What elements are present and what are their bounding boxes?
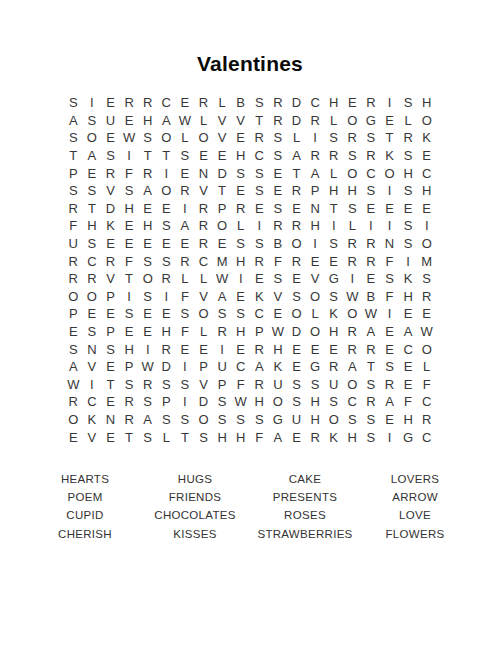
grid-cell[interactable]: O <box>417 340 436 358</box>
grid-cell[interactable]: E <box>269 164 288 182</box>
grid-cell[interactable]: H <box>324 182 343 200</box>
grid-cell[interactable]: H <box>306 393 325 411</box>
grid-cell[interactable]: S <box>287 393 306 411</box>
grid-cell[interactable]: I <box>83 94 102 112</box>
grid-cell[interactable]: V <box>83 358 102 376</box>
grid-cell[interactable]: A <box>380 393 399 411</box>
grid-cell[interactable]: E <box>287 270 306 288</box>
grid-cell[interactable]: S <box>120 376 139 394</box>
grid-cell[interactable]: T <box>250 112 269 130</box>
grid-cell[interactable]: I <box>380 217 399 235</box>
grid-cell[interactable]: H <box>417 182 436 200</box>
grid-cell[interactable]: E <box>324 252 343 270</box>
grid-cell[interactable]: T <box>138 147 157 165</box>
grid-cell[interactable]: R <box>343 129 362 147</box>
grid-cell[interactable]: W <box>269 323 288 341</box>
grid-cell[interactable]: E <box>101 393 120 411</box>
grid-cell[interactable]: E <box>101 305 120 323</box>
grid-cell[interactable]: H <box>250 393 269 411</box>
grid-cell[interactable]: S <box>138 129 157 147</box>
grid-cell[interactable]: S <box>64 340 83 358</box>
grid-cell[interactable]: C <box>83 252 102 270</box>
grid-cell[interactable]: S <box>83 182 102 200</box>
grid-cell[interactable]: H <box>399 288 418 306</box>
grid-cell[interactable]: C <box>306 94 325 112</box>
grid-cell[interactable]: S <box>269 147 288 165</box>
grid-cell[interactable]: L <box>231 217 250 235</box>
grid-cell[interactable]: S <box>324 235 343 253</box>
grid-cell[interactable]: S <box>138 288 157 306</box>
grid-cell[interactable]: I <box>138 340 157 358</box>
grid-cell[interactable]: G <box>399 428 418 446</box>
grid-cell[interactable]: B <box>231 94 250 112</box>
grid-cell[interactable]: S <box>324 288 343 306</box>
grid-cell[interactable]: B <box>269 235 288 253</box>
grid-cell[interactable]: S <box>64 129 83 147</box>
grid-cell[interactable]: R <box>194 200 213 218</box>
grid-cell[interactable]: G <box>306 358 325 376</box>
grid-cell[interactable]: I <box>399 252 418 270</box>
grid-cell[interactable]: P <box>306 182 325 200</box>
grid-cell[interactable]: R <box>176 252 195 270</box>
grid-cell[interactable]: H <box>231 428 250 446</box>
grid-cell[interactable]: E <box>380 323 399 341</box>
grid-cell[interactable]: W <box>213 270 232 288</box>
grid-cell[interactable]: O <box>83 129 102 147</box>
grid-cell[interactable]: W <box>138 358 157 376</box>
grid-cell[interactable]: S <box>399 147 418 165</box>
grid-cell[interactable]: E <box>176 164 195 182</box>
grid-cell[interactable]: H <box>306 217 325 235</box>
grid-cell[interactable]: E <box>213 147 232 165</box>
grid-cell[interactable]: V <box>101 270 120 288</box>
grid-cell[interactable]: L <box>176 129 195 147</box>
grid-cell[interactable]: T <box>362 358 381 376</box>
grid-cell[interactable]: A <box>64 358 83 376</box>
grid-cell[interactable]: S <box>343 411 362 429</box>
grid-cell[interactable]: L <box>343 217 362 235</box>
grid-cell[interactable]: F <box>417 376 436 394</box>
grid-cell[interactable]: I <box>306 129 325 147</box>
grid-cell[interactable]: V <box>194 288 213 306</box>
grid-cell[interactable]: I <box>213 340 232 358</box>
grid-cell[interactable]: K <box>101 217 120 235</box>
grid-cell[interactable]: S <box>362 411 381 429</box>
grid-cell[interactable]: R <box>417 288 436 306</box>
grid-cell[interactable]: H <box>138 217 157 235</box>
grid-cell[interactable]: N <box>380 235 399 253</box>
grid-cell[interactable]: E <box>287 340 306 358</box>
grid-cell[interactable]: R <box>194 94 213 112</box>
grid-cell[interactable]: E <box>101 428 120 446</box>
grid-cell[interactable]: M <box>213 252 232 270</box>
grid-cell[interactable]: O <box>417 112 436 130</box>
grid-cell[interactable]: T <box>380 129 399 147</box>
grid-cell[interactable]: E <box>362 270 381 288</box>
grid-cell[interactable]: I <box>380 94 399 112</box>
grid-cell[interactable]: P <box>64 305 83 323</box>
grid-cell[interactable]: R <box>250 129 269 147</box>
grid-cell[interactable]: S <box>250 94 269 112</box>
grid-cell[interactable]: E <box>120 112 139 130</box>
grid-cell[interactable]: O <box>417 235 436 253</box>
grid-cell[interactable]: D <box>287 94 306 112</box>
grid-cell[interactable]: L <box>306 305 325 323</box>
grid-cell[interactable]: A <box>138 182 157 200</box>
grid-cell[interactable]: P <box>194 358 213 376</box>
grid-cell[interactable]: R <box>64 252 83 270</box>
grid-cell[interactable]: F <box>399 393 418 411</box>
grid-cell[interactable]: E <box>231 129 250 147</box>
grid-cell[interactable]: W <box>417 323 436 341</box>
grid-cell[interactable]: C <box>250 147 269 165</box>
grid-cell[interactable]: S <box>343 200 362 218</box>
grid-cell[interactable]: E <box>287 358 306 376</box>
grid-cell[interactable]: R <box>269 94 288 112</box>
grid-cell[interactable]: G <box>324 270 343 288</box>
grid-cell[interactable]: R <box>306 428 325 446</box>
grid-cell[interactable]: O <box>213 217 232 235</box>
grid-cell[interactable]: O <box>343 305 362 323</box>
grid-cell[interactable]: W <box>231 393 250 411</box>
grid-cell[interactable]: C <box>417 393 436 411</box>
grid-cell[interactable]: E <box>194 147 213 165</box>
grid-cell[interactable]: E <box>287 428 306 446</box>
grid-cell[interactable]: U <box>213 358 232 376</box>
grid-cell[interactable]: L <box>176 270 195 288</box>
grid-cell[interactable]: R <box>176 182 195 200</box>
grid-cell[interactable]: A <box>362 323 381 341</box>
grid-cell[interactable]: E <box>64 323 83 341</box>
grid-cell[interactable]: O <box>194 305 213 323</box>
grid-cell[interactable]: C <box>194 252 213 270</box>
grid-cell[interactable]: S <box>362 182 381 200</box>
grid-cell[interactable]: K <box>250 288 269 306</box>
grid-cell[interactable]: L <box>194 270 213 288</box>
grid-cell[interactable]: O <box>343 112 362 130</box>
grid-cell[interactable]: C <box>417 428 436 446</box>
grid-cell[interactable]: E <box>269 305 288 323</box>
grid-cell[interactable]: P <box>120 358 139 376</box>
grid-cell[interactable]: S <box>287 288 306 306</box>
grid-cell[interactable]: T <box>324 200 343 218</box>
grid-cell[interactable]: R <box>138 94 157 112</box>
grid-cell[interactable]: N <box>306 200 325 218</box>
grid-cell[interactable]: O <box>64 288 83 306</box>
grid-cell[interactable]: W <box>362 305 381 323</box>
grid-cell[interactable]: H <box>269 340 288 358</box>
grid-cell[interactable]: P <box>101 288 120 306</box>
grid-cell[interactable]: H <box>324 323 343 341</box>
grid-cell[interactable]: D <box>287 323 306 341</box>
grid-cell[interactable]: L <box>287 129 306 147</box>
grid-cell[interactable]: W <box>120 129 139 147</box>
grid-cell[interactable]: V <box>194 376 213 394</box>
grid-cell[interactable]: R <box>64 270 83 288</box>
grid-cell[interactable]: F <box>269 252 288 270</box>
grid-cell[interactable]: R <box>83 270 102 288</box>
grid-cell[interactable]: N <box>83 340 102 358</box>
grid-cell[interactable]: I <box>380 182 399 200</box>
grid-cell[interactable]: I <box>176 393 195 411</box>
grid-cell[interactable]: R <box>269 112 288 130</box>
grid-cell[interactable]: S <box>343 147 362 165</box>
grid-cell[interactable]: S <box>176 411 195 429</box>
grid-cell[interactable]: S <box>269 270 288 288</box>
grid-cell[interactable]: R <box>101 252 120 270</box>
grid-cell[interactable]: E <box>306 252 325 270</box>
grid-cell[interactable]: U <box>287 411 306 429</box>
grid-cell[interactable]: O <box>194 411 213 429</box>
grid-cell[interactable]: T <box>287 164 306 182</box>
grid-cell[interactable]: E <box>176 235 195 253</box>
grid-cell[interactable]: E <box>417 200 436 218</box>
grid-cell[interactable]: H <box>399 164 418 182</box>
grid-cell[interactable]: F <box>250 428 269 446</box>
grid-cell[interactable]: E <box>176 340 195 358</box>
grid-cell[interactable]: D <box>194 393 213 411</box>
grid-cell[interactable]: E <box>157 235 176 253</box>
grid-cell[interactable]: S <box>362 129 381 147</box>
grid-cell[interactable]: P <box>101 323 120 341</box>
grid-cell[interactable]: I <box>417 217 436 235</box>
grid-cell[interactable]: K <box>324 305 343 323</box>
grid-cell[interactable]: K <box>380 147 399 165</box>
grid-cell[interactable]: A <box>250 358 269 376</box>
grid-cell[interactable]: E <box>231 182 250 200</box>
grid-cell[interactable]: S <box>138 393 157 411</box>
grid-cell[interactable]: A <box>287 147 306 165</box>
grid-cell[interactable]: E <box>138 323 157 341</box>
grid-cell[interactable]: S <box>157 252 176 270</box>
grid-cell[interactable]: H <box>343 182 362 200</box>
grid-cell[interactable]: V <box>213 129 232 147</box>
grid-cell[interactable]: O <box>380 164 399 182</box>
grid-cell[interactable]: E <box>194 340 213 358</box>
grid-cell[interactable]: R <box>64 393 83 411</box>
grid-cell[interactable]: R <box>306 147 325 165</box>
grid-cell[interactable]: S <box>399 235 418 253</box>
grid-cell[interactable]: E <box>380 200 399 218</box>
grid-cell[interactable]: S <box>157 376 176 394</box>
grid-cell[interactable]: E <box>138 200 157 218</box>
grid-cell[interactable]: S <box>306 376 325 394</box>
grid-cell[interactable]: S <box>269 200 288 218</box>
grid-cell[interactable]: F <box>64 217 83 235</box>
grid-cell[interactable]: O <box>306 323 325 341</box>
grid-cell[interactable]: I <box>250 217 269 235</box>
grid-cell[interactable]: R <box>362 94 381 112</box>
grid-cell[interactable]: R <box>324 358 343 376</box>
grid-cell[interactable]: K <box>417 129 436 147</box>
grid-cell[interactable]: R <box>101 164 120 182</box>
grid-cell[interactable]: R <box>64 200 83 218</box>
grid-cell[interactable]: P <box>157 393 176 411</box>
grid-cell[interactable]: I <box>120 147 139 165</box>
grid-cell[interactable]: L <box>213 94 232 112</box>
grid-cell[interactable]: V <box>213 112 232 130</box>
grid-cell[interactable]: S <box>83 112 102 130</box>
grid-cell[interactable]: O <box>343 164 362 182</box>
grid-cell[interactable]: O <box>287 235 306 253</box>
grid-cell[interactable]: R <box>250 252 269 270</box>
grid-cell[interactable]: T <box>176 428 195 446</box>
grid-cell[interactable]: I <box>362 217 381 235</box>
grid-cell[interactable]: S <box>399 182 418 200</box>
grid-cell[interactable]: E <box>120 323 139 341</box>
grid-cell[interactable]: G <box>269 411 288 429</box>
grid-cell[interactable]: E <box>231 288 250 306</box>
grid-cell[interactable]: D <box>287 112 306 130</box>
grid-cell[interactable]: E <box>157 200 176 218</box>
grid-cell[interactable]: E <box>399 376 418 394</box>
grid-cell[interactable]: C <box>231 358 250 376</box>
grid-cell[interactable]: V <box>269 288 288 306</box>
grid-cell[interactable]: R <box>250 376 269 394</box>
grid-cell[interactable]: S <box>250 182 269 200</box>
grid-cell[interactable]: H <box>324 94 343 112</box>
grid-cell[interactable]: I <box>157 164 176 182</box>
grid-cell[interactable]: H <box>120 200 139 218</box>
grid-cell[interactable]: R <box>417 411 436 429</box>
grid-cell[interactable]: R <box>362 235 381 253</box>
grid-cell[interactable]: R <box>343 235 362 253</box>
grid-cell[interactable]: O <box>287 305 306 323</box>
grid-cell[interactable]: S <box>64 182 83 200</box>
grid-cell[interactable]: H <box>231 147 250 165</box>
grid-cell[interactable]: E <box>399 200 418 218</box>
grid-cell[interactable]: A <box>157 112 176 130</box>
grid-cell[interactable]: L <box>324 112 343 130</box>
grid-cell[interactable]: C <box>343 393 362 411</box>
grid-cell[interactable]: T <box>64 147 83 165</box>
grid-cell[interactable]: S <box>101 147 120 165</box>
grid-cell[interactable]: H <box>157 323 176 341</box>
grid-cell[interactable]: H <box>306 411 325 429</box>
grid-cell[interactable]: E <box>138 235 157 253</box>
grid-cell[interactable]: R <box>343 252 362 270</box>
grid-cell[interactable]: U <box>64 235 83 253</box>
grid-cell[interactable]: H <box>343 428 362 446</box>
grid-cell[interactable]: R <box>343 323 362 341</box>
grid-cell[interactable]: R <box>287 252 306 270</box>
grid-cell[interactable]: R <box>362 340 381 358</box>
grid-cell[interactable]: L <box>399 112 418 130</box>
grid-cell[interactable]: E <box>269 182 288 200</box>
grid-cell[interactable]: O <box>343 376 362 394</box>
grid-cell[interactable]: E <box>120 217 139 235</box>
grid-cell[interactable]: I <box>176 358 195 376</box>
grid-cell[interactable]: R <box>157 340 176 358</box>
grid-cell[interactable]: E <box>417 147 436 165</box>
grid-cell[interactable]: S <box>120 305 139 323</box>
grid-cell[interactable]: R <box>362 252 381 270</box>
grid-cell[interactable]: H <box>417 94 436 112</box>
grid-cell[interactable]: E <box>399 305 418 323</box>
grid-cell[interactable]: P <box>213 200 232 218</box>
grid-cell[interactable]: C <box>399 340 418 358</box>
grid-cell[interactable]: V <box>101 182 120 200</box>
grid-cell[interactable]: O <box>269 393 288 411</box>
grid-cell[interactable]: S <box>231 411 250 429</box>
grid-cell[interactable]: E <box>101 358 120 376</box>
grid-cell[interactable]: D <box>213 164 232 182</box>
grid-cell[interactable]: N <box>194 164 213 182</box>
grid-cell[interactable]: E <box>64 428 83 446</box>
grid-cell[interactable]: E <box>176 94 195 112</box>
grid-cell[interactable]: O <box>83 288 102 306</box>
grid-cell[interactable]: E <box>417 305 436 323</box>
grid-cell[interactable]: E <box>324 340 343 358</box>
grid-cell[interactable]: L <box>194 323 213 341</box>
grid-cell[interactable]: N <box>101 411 120 429</box>
grid-cell[interactable]: D <box>157 358 176 376</box>
grid-cell[interactable]: S <box>380 358 399 376</box>
grid-cell[interactable]: E <box>138 305 157 323</box>
grid-cell[interactable]: E <box>362 200 381 218</box>
grid-cell[interactable]: O <box>306 288 325 306</box>
grid-cell[interactable]: W <box>64 376 83 394</box>
grid-cell[interactable]: O <box>194 129 213 147</box>
grid-cell[interactable]: C <box>417 164 436 182</box>
grid-cell[interactable]: R <box>194 217 213 235</box>
grid-cell[interactable]: A <box>83 147 102 165</box>
grid-cell[interactable]: G <box>362 112 381 130</box>
grid-cell[interactable]: H <box>213 428 232 446</box>
grid-cell[interactable]: S <box>231 305 250 323</box>
grid-cell[interactable]: E <box>101 129 120 147</box>
grid-cell[interactable]: E <box>83 164 102 182</box>
grid-cell[interactable]: S <box>269 129 288 147</box>
grid-cell[interactable]: E <box>231 340 250 358</box>
grid-cell[interactable]: R <box>120 411 139 429</box>
grid-cell[interactable]: U <box>324 376 343 394</box>
grid-cell[interactable]: A <box>176 217 195 235</box>
grid-cell[interactable]: S <box>362 428 381 446</box>
grid-cell[interactable]: A <box>399 323 418 341</box>
grid-cell[interactable]: E <box>120 235 139 253</box>
grid-cell[interactable]: S <box>250 235 269 253</box>
grid-cell[interactable]: I <box>231 270 250 288</box>
grid-cell[interactable]: F <box>380 252 399 270</box>
grid-cell[interactable]: S <box>287 376 306 394</box>
grid-cell[interactable]: I <box>176 200 195 218</box>
grid-cell[interactable]: C <box>83 393 102 411</box>
grid-cell[interactable]: S <box>120 182 139 200</box>
grid-cell[interactable]: F <box>380 288 399 306</box>
grid-cell[interactable]: P <box>250 323 269 341</box>
grid-cell[interactable]: R <box>120 94 139 112</box>
grid-cell[interactable]: I <box>120 288 139 306</box>
grid-cell[interactable]: R <box>362 393 381 411</box>
grid-cell[interactable]: E <box>213 235 232 253</box>
grid-cell[interactable]: U <box>101 112 120 130</box>
grid-cell[interactable]: I <box>306 235 325 253</box>
grid-cell[interactable]: R <box>157 270 176 288</box>
grid-cell[interactable]: E <box>157 305 176 323</box>
grid-cell[interactable]: H <box>231 252 250 270</box>
grid-cell[interactable]: O <box>324 411 343 429</box>
grid-cell[interactable]: R <box>250 340 269 358</box>
grid-cell[interactable]: O <box>157 182 176 200</box>
grid-cell[interactable]: V <box>231 112 250 130</box>
grid-cell[interactable]: I <box>380 428 399 446</box>
grid-cell[interactable]: F <box>176 323 195 341</box>
grid-cell[interactable]: A <box>213 288 232 306</box>
grid-cell[interactable]: R <box>306 112 325 130</box>
grid-cell[interactable]: F <box>120 252 139 270</box>
grid-cell[interactable]: S <box>250 411 269 429</box>
